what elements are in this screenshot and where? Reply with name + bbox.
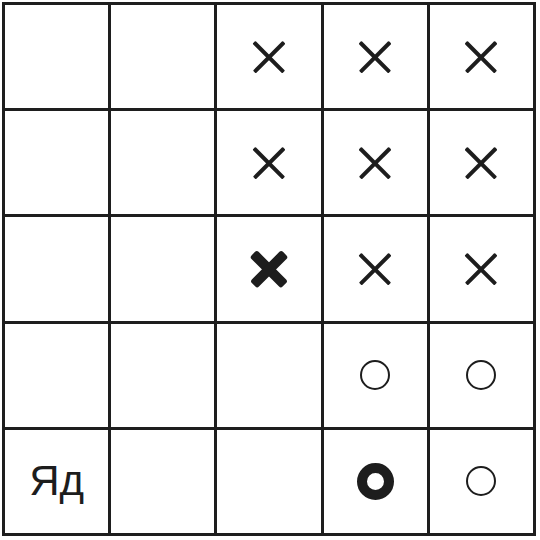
- cell-r2c1[interactable]: [5, 111, 108, 214]
- cell-r5c5[interactable]: [430, 430, 533, 533]
- o-mark: [360, 360, 390, 390]
- cell-r5c1[interactable]: Яд: [5, 430, 108, 533]
- cell-r1c3[interactable]: [217, 5, 320, 108]
- cell-r2c5[interactable]: [430, 111, 533, 214]
- x-mark: [464, 146, 498, 180]
- cell-r4c1[interactable]: [5, 324, 108, 427]
- cell-r1c5[interactable]: [430, 5, 533, 108]
- cell-r2c2[interactable]: [111, 111, 214, 214]
- o-mark: [466, 360, 496, 390]
- cell-r5c2[interactable]: [111, 430, 214, 533]
- cell-r5c4[interactable]: [324, 430, 427, 533]
- cell-r5c3[interactable]: [217, 430, 320, 533]
- heavy-x-mark: [249, 249, 289, 289]
- x-mark: [252, 40, 286, 74]
- x-mark: [464, 252, 498, 286]
- x-mark: [464, 40, 498, 74]
- cell-r1c2[interactable]: [111, 5, 214, 108]
- cell-r2c4[interactable]: [324, 111, 427, 214]
- cell-r3c1[interactable]: [5, 217, 108, 320]
- x-mark: [358, 252, 392, 286]
- x-mark: [358, 146, 392, 180]
- cell-r3c5[interactable]: [430, 217, 533, 320]
- x-mark: [252, 146, 286, 180]
- cell-r1c4[interactable]: [324, 5, 427, 108]
- cell-r3c4[interactable]: [324, 217, 427, 320]
- cell-r2c3[interactable]: [217, 111, 320, 214]
- heavy-o-mark: [357, 463, 394, 500]
- cell-r3c2[interactable]: [111, 217, 214, 320]
- x-mark: [358, 40, 392, 74]
- o-mark: [466, 466, 496, 496]
- chomp-board: Яд: [2, 2, 536, 536]
- cell-r4c4[interactable]: [324, 324, 427, 427]
- cell-r4c5[interactable]: [430, 324, 533, 427]
- cell-r1c1[interactable]: [5, 5, 108, 108]
- cell-r4c3[interactable]: [217, 324, 320, 427]
- cell-r4c2[interactable]: [111, 324, 214, 427]
- cell-r3c3[interactable]: [217, 217, 320, 320]
- poison-label: Яд: [29, 460, 84, 502]
